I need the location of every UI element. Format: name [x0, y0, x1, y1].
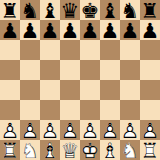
- square-g6[interactable]: [120, 40, 140, 60]
- piece-outline-glyph: ♙: [140, 120, 160, 140]
- piece-fill-glyph: ♟: [0, 20, 20, 40]
- square-e4[interactable]: [80, 80, 100, 100]
- square-f5[interactable]: [100, 60, 120, 80]
- square-f2[interactable]: ♟♙: [100, 120, 120, 140]
- square-c6[interactable]: [40, 40, 60, 60]
- square-e2[interactable]: ♟♙: [80, 120, 100, 140]
- square-h1[interactable]: ♜♖: [140, 140, 160, 160]
- piece-outline-glyph: ♗: [40, 140, 60, 160]
- piece-fill-glyph: ♝: [40, 0, 60, 20]
- square-d6[interactable]: [60, 40, 80, 60]
- black-pawn-piece[interactable]: ♟: [40, 20, 60, 40]
- black-pawn-piece[interactable]: ♟: [60, 20, 80, 40]
- chess-board: ♜♞♝♛♚♝♞♜♟♟♟♟♟♟♟♟♟♙♟♙♟♙♟♙♟♙♟♙♟♙♟♙♜♖♞♘♝♗♛♕…: [0, 0, 160, 160]
- piece-outline-glyph: ♔: [80, 140, 100, 160]
- piece-fill-glyph: ♚: [80, 0, 100, 20]
- square-a7[interactable]: ♟: [0, 20, 20, 40]
- square-b3[interactable]: [20, 100, 40, 120]
- square-f6[interactable]: [100, 40, 120, 60]
- square-h8[interactable]: ♜: [140, 0, 160, 20]
- white-pawn-piece[interactable]: ♟♙: [40, 120, 60, 140]
- piece-outline-glyph: ♗: [100, 140, 120, 160]
- white-pawn-piece[interactable]: ♟♙: [140, 120, 160, 140]
- square-g8[interactable]: ♞: [120, 0, 140, 20]
- square-b7[interactable]: ♟: [20, 20, 40, 40]
- white-queen-piece[interactable]: ♛♕: [60, 140, 80, 160]
- piece-outline-glyph: ♙: [0, 120, 20, 140]
- piece-outline-glyph: ♙: [80, 120, 100, 140]
- square-b2[interactable]: ♟♙: [20, 120, 40, 140]
- black-queen-piece[interactable]: ♛: [60, 0, 80, 20]
- square-d3[interactable]: [60, 100, 80, 120]
- piece-fill-glyph: ♞: [20, 0, 40, 20]
- black-pawn-piece[interactable]: ♟: [0, 20, 20, 40]
- square-h3[interactable]: [140, 100, 160, 120]
- white-rook-piece[interactable]: ♜♖: [140, 140, 160, 160]
- black-knight-piece[interactable]: ♞: [20, 0, 40, 20]
- square-f3[interactable]: [100, 100, 120, 120]
- square-h7[interactable]: ♟: [140, 20, 160, 40]
- white-bishop-piece[interactable]: ♝♗: [40, 140, 60, 160]
- square-g4[interactable]: [120, 80, 140, 100]
- piece-fill-glyph: ♟: [60, 20, 80, 40]
- square-h4[interactable]: [140, 80, 160, 100]
- white-pawn-piece[interactable]: ♟♙: [120, 120, 140, 140]
- square-a1[interactable]: ♜♖: [0, 140, 20, 160]
- square-a2[interactable]: ♟♙: [0, 120, 20, 140]
- piece-outline-glyph: ♘: [20, 140, 40, 160]
- piece-fill-glyph: ♟: [20, 20, 40, 40]
- white-pawn-piece[interactable]: ♟♙: [80, 120, 100, 140]
- square-g1[interactable]: ♞♘: [120, 140, 140, 160]
- piece-fill-glyph: ♜: [140, 0, 160, 20]
- white-pawn-piece[interactable]: ♟♙: [100, 120, 120, 140]
- white-pawn-piece[interactable]: ♟♙: [0, 120, 20, 140]
- square-d5[interactable]: [60, 60, 80, 80]
- piece-outline-glyph: ♕: [60, 140, 80, 160]
- square-a6[interactable]: [0, 40, 20, 60]
- piece-fill-glyph: ♟: [40, 20, 60, 40]
- square-d8[interactable]: ♛: [60, 0, 80, 20]
- piece-outline-glyph: ♙: [100, 120, 120, 140]
- square-d2[interactable]: ♟♙: [60, 120, 80, 140]
- square-e8[interactable]: ♚: [80, 0, 100, 20]
- square-c3[interactable]: [40, 100, 60, 120]
- black-pawn-piece[interactable]: ♟: [100, 20, 120, 40]
- piece-outline-glyph: ♙: [40, 120, 60, 140]
- black-pawn-piece[interactable]: ♟: [80, 20, 100, 40]
- black-bishop-piece[interactable]: ♝: [100, 0, 120, 20]
- black-rook-piece[interactable]: ♜: [140, 0, 160, 20]
- square-c2[interactable]: ♟♙: [40, 120, 60, 140]
- square-f8[interactable]: ♝: [100, 0, 120, 20]
- piece-fill-glyph: ♟: [100, 20, 120, 40]
- black-pawn-piece[interactable]: ♟: [140, 20, 160, 40]
- square-f7[interactable]: ♟: [100, 20, 120, 40]
- square-a3[interactable]: [0, 100, 20, 120]
- square-h5[interactable]: [140, 60, 160, 80]
- square-c5[interactable]: [40, 60, 60, 80]
- square-g7[interactable]: ♟: [120, 20, 140, 40]
- square-b8[interactable]: ♞: [20, 0, 40, 20]
- square-a8[interactable]: ♜: [0, 0, 20, 20]
- black-king-piece[interactable]: ♚: [80, 0, 100, 20]
- piece-fill-glyph: ♞: [120, 0, 140, 20]
- white-pawn-piece[interactable]: ♟♙: [60, 120, 80, 140]
- black-rook-piece[interactable]: ♜: [0, 0, 20, 20]
- black-bishop-piece[interactable]: ♝: [40, 0, 60, 20]
- black-knight-piece[interactable]: ♞: [120, 0, 140, 20]
- white-king-piece[interactable]: ♚♔: [80, 140, 100, 160]
- square-f1[interactable]: ♝♗: [100, 140, 120, 160]
- square-h2[interactable]: ♟♙: [140, 120, 160, 140]
- square-d7[interactable]: ♟: [60, 20, 80, 40]
- white-knight-piece[interactable]: ♞♘: [20, 140, 40, 160]
- piece-outline-glyph: ♖: [0, 140, 20, 160]
- black-pawn-piece[interactable]: ♟: [20, 20, 40, 40]
- square-g5[interactable]: [120, 60, 140, 80]
- white-knight-piece[interactable]: ♞♘: [120, 140, 140, 160]
- square-c8[interactable]: ♝: [40, 0, 60, 20]
- piece-fill-glyph: ♟: [140, 20, 160, 40]
- piece-fill-glyph: ♟: [80, 20, 100, 40]
- square-e7[interactable]: ♟: [80, 20, 100, 40]
- piece-outline-glyph: ♙: [120, 120, 140, 140]
- black-pawn-piece[interactable]: ♟: [120, 20, 140, 40]
- square-e1[interactable]: ♚♔: [80, 140, 100, 160]
- square-c1[interactable]: ♝♗: [40, 140, 60, 160]
- piece-fill-glyph: ♛: [60, 0, 80, 20]
- square-b4[interactable]: [20, 80, 40, 100]
- square-e5[interactable]: [80, 60, 100, 80]
- square-a5[interactable]: [0, 60, 20, 80]
- square-h6[interactable]: [140, 40, 160, 60]
- square-b1[interactable]: ♞♘: [20, 140, 40, 160]
- piece-fill-glyph: ♜: [0, 0, 20, 20]
- square-e3[interactable]: [80, 100, 100, 120]
- piece-fill-glyph: ♝: [100, 0, 120, 20]
- white-pawn-piece[interactable]: ♟♙: [20, 120, 40, 140]
- piece-outline-glyph: ♖: [140, 140, 160, 160]
- piece-outline-glyph: ♙: [60, 120, 80, 140]
- square-c4[interactable]: [40, 80, 60, 100]
- piece-fill-glyph: ♟: [120, 20, 140, 40]
- square-c7[interactable]: ♟: [40, 20, 60, 40]
- square-g2[interactable]: ♟♙: [120, 120, 140, 140]
- square-a4[interactable]: [0, 80, 20, 100]
- square-e6[interactable]: [80, 40, 100, 60]
- piece-outline-glyph: ♙: [20, 120, 40, 140]
- square-d1[interactable]: ♛♕: [60, 140, 80, 160]
- square-g3[interactable]: [120, 100, 140, 120]
- white-bishop-piece[interactable]: ♝♗: [100, 140, 120, 160]
- white-rook-piece[interactable]: ♜♖: [0, 140, 20, 160]
- square-f4[interactable]: [100, 80, 120, 100]
- piece-outline-glyph: ♘: [120, 140, 140, 160]
- square-d4[interactable]: [60, 80, 80, 100]
- square-b6[interactable]: [20, 40, 40, 60]
- square-b5[interactable]: [20, 60, 40, 80]
